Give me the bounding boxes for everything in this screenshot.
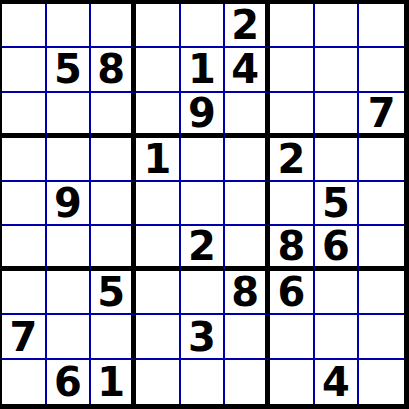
cell-r5c7[interactable]	[270, 182, 315, 226]
cell-r7c7[interactable]: 6	[270, 271, 315, 315]
cell-r1c1[interactable]	[2, 4, 47, 48]
cell-r4c6[interactable]	[225, 138, 270, 182]
cell-r3c3[interactable]	[91, 93, 136, 138]
cell-r5c9[interactable]	[359, 182, 404, 226]
cell-r2c2[interactable]: 5	[47, 48, 92, 92]
cell-r4c3[interactable]	[91, 138, 136, 182]
cell-r5c8[interactable]: 5	[315, 182, 360, 226]
cell-r8c2[interactable]	[47, 315, 92, 359]
cell-r9c2[interactable]: 6	[47, 360, 92, 404]
cell-r5c5[interactable]	[181, 182, 226, 226]
cell-r5c4[interactable]	[136, 182, 181, 226]
cell-r2c8[interactable]	[315, 48, 360, 92]
cell-r6c7[interactable]: 8	[270, 226, 315, 271]
cell-r3c4[interactable]	[136, 93, 181, 138]
cell-r9c3[interactable]: 1	[91, 360, 136, 404]
cell-r5c1[interactable]	[2, 182, 47, 226]
cell-r7c6[interactable]: 8	[225, 271, 270, 315]
cell-r8c6[interactable]	[225, 315, 270, 359]
cell-r7c4[interactable]	[136, 271, 181, 315]
cell-r1c9[interactable]	[359, 4, 404, 48]
cell-r2c3[interactable]: 8	[91, 48, 136, 92]
cell-r5c6[interactable]	[225, 182, 270, 226]
cell-r7c3[interactable]: 5	[91, 271, 136, 315]
cell-r8c4[interactable]	[136, 315, 181, 359]
cell-r3c2[interactable]	[47, 93, 92, 138]
cell-r5c2[interactable]: 9	[47, 182, 92, 226]
cell-r8c7[interactable]	[270, 315, 315, 359]
cell-r2c7[interactable]	[270, 48, 315, 92]
cell-r8c5[interactable]: 3	[181, 315, 226, 359]
cell-r3c7[interactable]	[270, 93, 315, 138]
cell-r6c5[interactable]: 2	[181, 226, 226, 271]
cell-r9c8[interactable]: 4	[315, 360, 360, 404]
cell-r7c8[interactable]	[315, 271, 360, 315]
cell-r1c8[interactable]	[315, 4, 360, 48]
cell-r9c9[interactable]	[359, 360, 404, 404]
cell-r4c8[interactable]	[315, 138, 360, 182]
cell-r6c6[interactable]	[225, 226, 270, 271]
cell-r2c9[interactable]	[359, 48, 404, 92]
cell-r4c5[interactable]	[181, 138, 226, 182]
sudoku-board: 2581497129528658673614	[0, 0, 409, 409]
cell-r6c4[interactable]	[136, 226, 181, 271]
cell-r6c2[interactable]	[47, 226, 92, 271]
cell-r2c4[interactable]	[136, 48, 181, 92]
cell-r3c1[interactable]	[2, 93, 47, 138]
cell-r9c4[interactable]	[136, 360, 181, 404]
cell-r5c3[interactable]	[91, 182, 136, 226]
cell-r7c2[interactable]	[47, 271, 92, 315]
cell-r9c7[interactable]	[270, 360, 315, 404]
cell-r8c8[interactable]	[315, 315, 360, 359]
cell-r1c4[interactable]	[136, 4, 181, 48]
cell-r1c2[interactable]	[47, 4, 92, 48]
cell-r4c4[interactable]: 1	[136, 138, 181, 182]
cell-r4c9[interactable]	[359, 138, 404, 182]
cell-r8c1[interactable]: 7	[2, 315, 47, 359]
cell-r4c7[interactable]: 2	[270, 138, 315, 182]
cell-r6c3[interactable]	[91, 226, 136, 271]
cell-r6c8[interactable]: 6	[315, 226, 360, 271]
cell-r3c8[interactable]	[315, 93, 360, 138]
cell-r1c6[interactable]: 2	[225, 4, 270, 48]
cell-r9c1[interactable]	[2, 360, 47, 404]
cell-r6c1[interactable]	[2, 226, 47, 271]
cell-r8c9[interactable]	[359, 315, 404, 359]
cell-r2c5[interactable]: 1	[181, 48, 226, 92]
cell-r1c7[interactable]	[270, 4, 315, 48]
cell-r7c9[interactable]	[359, 271, 404, 315]
cell-r2c6[interactable]: 4	[225, 48, 270, 92]
cell-r9c5[interactable]	[181, 360, 226, 404]
cell-r1c3[interactable]	[91, 4, 136, 48]
cell-r4c1[interactable]	[2, 138, 47, 182]
cell-r2c1[interactable]	[2, 48, 47, 92]
cell-r9c6[interactable]	[225, 360, 270, 404]
cell-r1c5[interactable]	[181, 4, 226, 48]
cell-r3c6[interactable]	[225, 93, 270, 138]
cell-r6c9[interactable]	[359, 226, 404, 271]
cell-r3c5[interactable]: 9	[181, 93, 226, 138]
cell-r3c9[interactable]: 7	[359, 93, 404, 138]
cell-r4c2[interactable]	[47, 138, 92, 182]
cell-r7c5[interactable]	[181, 271, 226, 315]
cell-r8c3[interactable]	[91, 315, 136, 359]
cell-r7c1[interactable]	[2, 271, 47, 315]
